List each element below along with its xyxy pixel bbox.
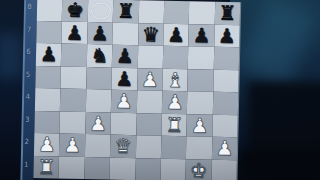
rank-label-5: 5 [22, 63, 33, 86]
square-c1[interactable] [84, 157, 110, 180]
piece-white-pawn-d4[interactable]: ♟ [111, 90, 137, 113]
square-g8[interactable] [189, 1, 215, 24]
piece-black-pawn-f7[interactable]: ♟ [163, 23, 189, 46]
square-e8[interactable] [138, 0, 164, 23]
piece-white-pawn-e5[interactable]: ♟ [137, 68, 163, 91]
chess-board[interactable]: ♚♜♜♟♟♛♟♟♟♟♞♟♟♟♝♟♟♟♜♟♟♟♛♟♜♚ [33, 0, 241, 180]
rank-label-6: 6 [23, 41, 34, 64]
square-b3[interactable] [60, 111, 86, 134]
piece-black-king-b8[interactable]: ♚ [62, 0, 88, 22]
square-a5[interactable] [35, 66, 61, 89]
piece-black-pawn-h7[interactable]: ♟ [214, 24, 240, 47]
piece-white-pawn-b2[interactable]: ♟ [59, 134, 85, 157]
piece-black-pawn-c7[interactable]: ♟ [87, 22, 113, 45]
piece-black-pawn-d6[interactable]: ♟ [112, 45, 138, 68]
circle-annotation-c8 [91, 2, 111, 20]
piece-white-pawn-f4[interactable]: ♟ [162, 91, 188, 114]
square-g2[interactable] [186, 136, 212, 159]
square-h3[interactable] [212, 114, 238, 137]
square-a4[interactable] [35, 88, 61, 111]
square-h4[interactable] [213, 92, 239, 115]
square-f8[interactable] [164, 1, 190, 24]
square-b1[interactable] [59, 156, 85, 179]
piece-white-pawn-a2[interactable]: ♟ [34, 133, 60, 156]
piece-white-pawn-c3[interactable]: ♟ [85, 112, 111, 135]
piece-white-rook-a1[interactable]: ♜ [33, 156, 59, 179]
square-c4[interactable] [86, 89, 112, 112]
square-e1[interactable] [135, 158, 161, 180]
square-b5[interactable] [61, 66, 87, 89]
square-e6[interactable] [137, 45, 163, 68]
square-g6[interactable] [188, 46, 214, 69]
rank-label-1: 1 [21, 153, 32, 176]
square-d7[interactable] [112, 22, 138, 45]
piece-white-king-g1[interactable]: ♚ [186, 159, 212, 180]
square-d3[interactable] [111, 112, 137, 135]
piece-white-rook-f3[interactable]: ♜ [161, 113, 187, 136]
background-room [230, 0, 320, 180]
rank-label-2: 2 [21, 131, 32, 154]
rank-label-4: 4 [22, 86, 33, 109]
piece-white-bishop-f5[interactable]: ♝ [162, 68, 188, 91]
rank-label-8: 8 [24, 0, 35, 19]
chess-app-screen: 87654321 ♚♜♜♟♟♛♟♟♟♟♞♟♟♟♝♟♟♟♜♟♟♟♛♟♜♚ [0, 0, 241, 180]
square-d1[interactable] [110, 157, 136, 180]
square-f2[interactable] [161, 136, 187, 159]
piece-black-pawn-g7[interactable]: ♟ [189, 24, 215, 47]
square-a8[interactable] [37, 0, 63, 21]
square-e3[interactable] [136, 113, 162, 136]
square-c2[interactable] [85, 134, 111, 157]
square-e2[interactable] [136, 135, 162, 158]
piece-black-pawn-a6[interactable]: ♟ [36, 43, 62, 66]
piece-black-knight-c6[interactable]: ♞ [87, 44, 113, 67]
square-h5[interactable] [213, 69, 239, 92]
square-e4[interactable] [136, 90, 162, 113]
square-b6[interactable] [61, 44, 87, 67]
rank-label-3: 3 [21, 108, 32, 131]
piece-black-rook-h8[interactable]: ♜ [215, 2, 241, 25]
square-a3[interactable] [34, 111, 60, 134]
square-g4[interactable] [187, 91, 213, 114]
square-h1[interactable] [211, 159, 237, 180]
square-c5[interactable] [86, 67, 112, 90]
piece-white-queen-d2[interactable]: ♛ [110, 135, 136, 158]
piece-black-queen-e7[interactable]: ♛ [138, 23, 164, 46]
piece-black-pawn-b7[interactable]: ♟ [62, 21, 88, 44]
square-b4[interactable] [60, 89, 86, 112]
piece-black-rook-d8[interactable]: ♜ [113, 0, 139, 23]
piece-black-pawn-d5[interactable]: ♟ [112, 67, 138, 90]
square-f6[interactable] [163, 46, 189, 69]
square-g5[interactable] [188, 69, 214, 92]
piece-white-pawn-h2[interactable]: ♟ [212, 137, 238, 160]
square-a7[interactable] [36, 21, 62, 44]
square-f1[interactable] [160, 158, 186, 180]
rank-label-7: 7 [23, 18, 34, 41]
piece-white-pawn-g3[interactable]: ♟ [187, 114, 213, 137]
square-h6[interactable] [214, 47, 240, 70]
